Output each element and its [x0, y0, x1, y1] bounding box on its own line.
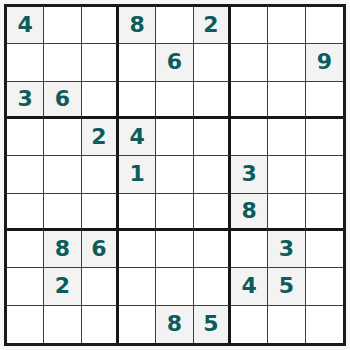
cell-r1c9[interactable] — [306, 7, 343, 44]
cell-r9c3[interactable] — [82, 306, 119, 343]
cell-r7c9[interactable] — [306, 231, 343, 268]
given-digit-r1c6: 2 — [194, 7, 231, 44]
sudoku-board: 48269362413886324585 — [4, 4, 346, 346]
cell-r3c5[interactable] — [156, 82, 193, 119]
cell-r8c5[interactable] — [156, 268, 193, 305]
cell-r9c4[interactable] — [119, 306, 156, 343]
cell-r2c1[interactable] — [7, 44, 44, 81]
cell-r4c2[interactable] — [44, 119, 81, 156]
cell-r2c2[interactable] — [44, 44, 81, 81]
given-digit-r8c8: 5 — [268, 268, 305, 305]
cell-r7c1[interactable] — [7, 231, 44, 268]
cell-r6c8[interactable] — [268, 194, 305, 231]
sudoku-page: 48269362413886324585 — [0, 0, 350, 350]
given-digit-r8c7: 4 — [231, 268, 268, 305]
cell-r2c6[interactable] — [194, 44, 231, 81]
cell-r2c4[interactable] — [119, 44, 156, 81]
cell-r3c3[interactable] — [82, 82, 119, 119]
cell-r6c6[interactable] — [194, 194, 231, 231]
cell-r1c8[interactable] — [268, 7, 305, 44]
given-digit-r9c6: 5 — [194, 306, 231, 343]
cell-r4c5[interactable] — [156, 119, 193, 156]
cell-r7c4[interactable] — [119, 231, 156, 268]
cell-r8c9[interactable] — [306, 268, 343, 305]
cell-r5c6[interactable] — [194, 156, 231, 193]
cell-r3c4[interactable] — [119, 82, 156, 119]
given-digit-r6c7: 8 — [231, 194, 268, 231]
cell-r6c1[interactable] — [7, 194, 44, 231]
cell-r1c2[interactable] — [44, 7, 81, 44]
cell-r2c3[interactable] — [82, 44, 119, 81]
cell-r6c5[interactable] — [156, 194, 193, 231]
cell-r8c4[interactable] — [119, 268, 156, 305]
given-digit-r7c3: 6 — [82, 231, 119, 268]
given-digit-r3c1: 3 — [7, 82, 44, 119]
cell-r6c3[interactable] — [82, 194, 119, 231]
given-digit-r7c2: 8 — [44, 231, 81, 268]
given-digit-r4c4: 4 — [119, 119, 156, 156]
cell-r2c7[interactable] — [231, 44, 268, 81]
given-digit-r5c7: 3 — [231, 156, 268, 193]
cell-r6c9[interactable] — [306, 194, 343, 231]
cell-r9c1[interactable] — [7, 306, 44, 343]
cell-r9c2[interactable] — [44, 306, 81, 343]
cell-r3c9[interactable] — [306, 82, 343, 119]
cell-r5c3[interactable] — [82, 156, 119, 193]
cell-r3c8[interactable] — [268, 82, 305, 119]
cell-r7c6[interactable] — [194, 231, 231, 268]
cell-r4c7[interactable] — [231, 119, 268, 156]
cell-r6c2[interactable] — [44, 194, 81, 231]
cell-r9c9[interactable] — [306, 306, 343, 343]
cell-r8c3[interactable] — [82, 268, 119, 305]
cell-r1c5[interactable] — [156, 7, 193, 44]
cell-r2c8[interactable] — [268, 44, 305, 81]
cell-r9c8[interactable] — [268, 306, 305, 343]
given-digit-r5c4: 1 — [119, 156, 156, 193]
cell-r3c7[interactable] — [231, 82, 268, 119]
cell-r8c1[interactable] — [7, 268, 44, 305]
cell-r5c2[interactable] — [44, 156, 81, 193]
cell-r5c9[interactable] — [306, 156, 343, 193]
given-digit-r7c8: 3 — [268, 231, 305, 268]
cell-r8c6[interactable] — [194, 268, 231, 305]
cell-r5c8[interactable] — [268, 156, 305, 193]
given-digit-r1c1: 4 — [7, 7, 44, 44]
given-digit-r8c2: 2 — [44, 268, 81, 305]
given-digit-r2c5: 6 — [156, 44, 193, 81]
cell-r5c5[interactable] — [156, 156, 193, 193]
cell-r4c1[interactable] — [7, 119, 44, 156]
given-digit-r3c2: 6 — [44, 82, 81, 119]
cell-r4c6[interactable] — [194, 119, 231, 156]
cell-r4c8[interactable] — [268, 119, 305, 156]
given-digit-r1c4: 8 — [119, 7, 156, 44]
cell-r7c5[interactable] — [156, 231, 193, 268]
cell-r5c1[interactable] — [7, 156, 44, 193]
cell-r7c7[interactable] — [231, 231, 268, 268]
cell-r9c7[interactable] — [231, 306, 268, 343]
cell-r3c6[interactable] — [194, 82, 231, 119]
cell-r1c7[interactable] — [231, 7, 268, 44]
cell-r4c9[interactable] — [306, 119, 343, 156]
given-digit-r4c3: 2 — [82, 119, 119, 156]
cell-r1c3[interactable] — [82, 7, 119, 44]
cell-r6c4[interactable] — [119, 194, 156, 231]
given-digit-r9c5: 8 — [156, 306, 193, 343]
given-digit-r2c9: 9 — [306, 44, 343, 81]
